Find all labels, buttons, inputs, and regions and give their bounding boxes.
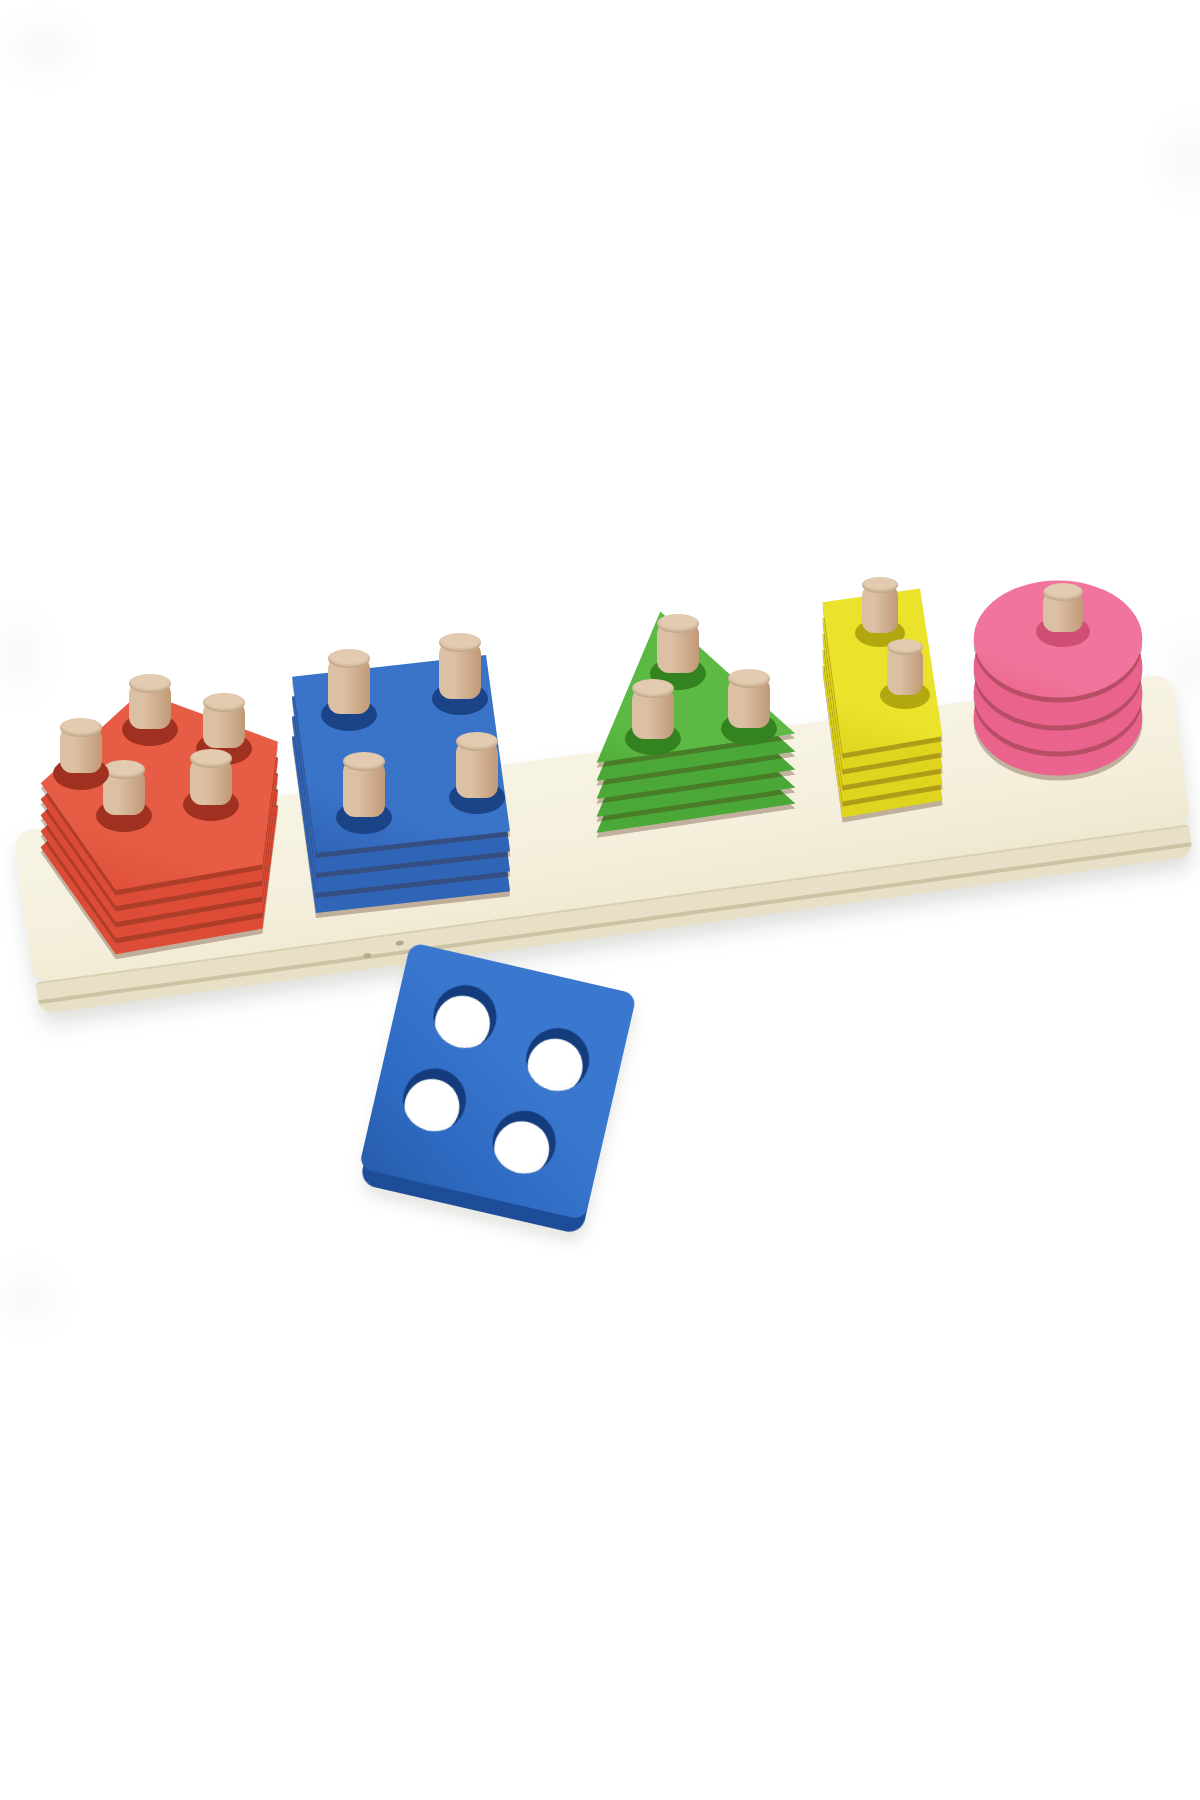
- toy-photo-scene: [0, 0, 1200, 1800]
- square-piece-hole: [486, 1104, 562, 1180]
- wooden-peg-top: [887, 639, 923, 655]
- hole-see-through-floor: [430, 990, 496, 1054]
- square-piece-hole: [520, 1022, 596, 1098]
- hole-see-through-floor: [489, 1116, 555, 1180]
- loose-blue-square-piece[interactable]: [355, 942, 637, 1236]
- wooden-peg-top: [129, 674, 171, 693]
- background-smudge: [1165, 130, 1200, 190]
- wooden-peg-top: [728, 669, 770, 688]
- background-smudge: [0, 1275, 55, 1320]
- wooden-peg-top: [439, 633, 481, 652]
- stack-rectangle-yellow[interactable]: [820, 585, 945, 821]
- wooden-peg-top: [190, 749, 232, 768]
- hole-see-through-floor: [522, 1033, 588, 1097]
- stack-square-blue[interactable]: [292, 655, 510, 913]
- wooden-peg-top: [103, 760, 145, 779]
- stack-circle-pink[interactable]: [972, 578, 1144, 778]
- square-piece-hole: [396, 1062, 472, 1138]
- hole-see-through-floor: [398, 1073, 464, 1137]
- wooden-peg-top: [60, 718, 102, 737]
- wooden-peg-top: [203, 693, 245, 712]
- square-piece-hole: [427, 979, 503, 1055]
- stack-triangle-green[interactable]: [555, 608, 800, 850]
- background-smudge: [14, 28, 74, 68]
- background-smudge: [0, 620, 40, 690]
- wooden-peg-top: [343, 752, 385, 771]
- stack-pentagon-red[interactable]: [40, 685, 295, 959]
- wooden-peg-top: [657, 614, 699, 633]
- wooden-peg-top: [328, 649, 370, 668]
- background-smudge: [1170, 640, 1200, 696]
- wooden-peg-top: [1043, 583, 1083, 601]
